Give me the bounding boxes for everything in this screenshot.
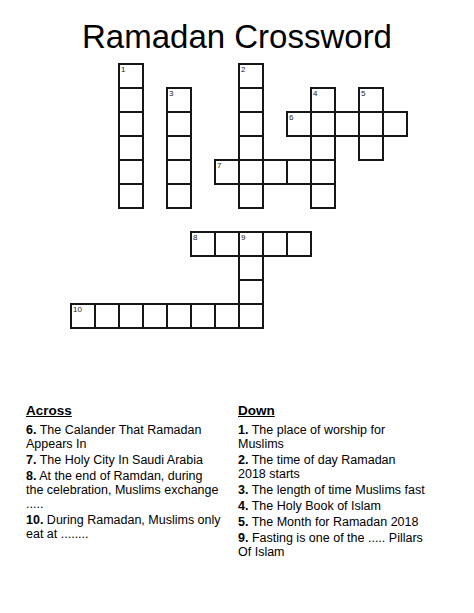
clue-number-label: 4. [238,499,248,513]
grid-cell-r5c2[interactable] [118,183,144,209]
grid-cell-r0c7[interactable]: 2 [238,63,264,89]
grid-cell-r5c10[interactable] [310,183,336,209]
grid-cell-r1c4[interactable]: 3 [166,87,192,113]
grid-cell-r10c7[interactable] [238,303,264,329]
clue-across-8: 8. At the end of Ramdan, during the cele… [26,469,238,511]
grid-cell-r2c9[interactable]: 6 [286,111,312,137]
grid-cell-r2c7[interactable] [238,111,264,137]
grid-cell-r10c0[interactable]: 10 [70,303,96,329]
cell-number-8: 8 [193,233,197,242]
grid-cell-r0c2[interactable]: 1 [118,63,144,89]
grid-cell-r4c4[interactable] [166,159,192,185]
clue-down-9: 9. Fasting is one of the ..... Pillars O… [238,531,460,559]
cell-number-5: 5 [361,89,365,98]
grid-cell-r1c12[interactable]: 5 [358,87,384,113]
crossword-page: Ramadan Crossword 12345678910 Across 6. … [0,0,474,613]
grid-cell-r3c7[interactable] [238,135,264,161]
cell-number-3: 3 [169,89,173,98]
grid-cell-r10c1[interactable] [94,303,120,329]
grid-cell-r10c4[interactable] [166,303,192,329]
cell-number-6: 6 [289,113,293,122]
clue-down-2: 2. The time of day Ramadan 2018 starts [238,453,460,481]
grid-cell-r1c10[interactable]: 4 [310,87,336,113]
grid-cell-r7c5[interactable]: 8 [190,231,216,257]
clue-down-5: 5. The Month for Ramadan 2018 [238,515,460,529]
clue-number-label: 3. [238,483,248,497]
clue-down-1: 1. The place of worship for Muslims [238,423,460,451]
grid-cell-r2c11[interactable] [334,111,360,137]
clue-number-label: 8. [26,469,36,483]
clue-number-label: 2. [238,453,248,467]
grid-cell-r2c4[interactable] [166,111,192,137]
clue-across-10: 10. During Ramadan, Muslims only eat at … [26,513,238,541]
down-clue-list: 1. The place of worship for Muslims2. Th… [238,423,460,559]
down-clues-section: Down 1. The place of worship for Muslims… [238,403,460,561]
grid-cell-r5c7[interactable] [238,183,264,209]
clue-number-label: 9. [238,531,248,545]
grid-cell-r2c2[interactable] [118,111,144,137]
grid-cell-r9c7[interactable] [238,279,264,305]
grid-cell-r3c2[interactable] [118,135,144,161]
grid-cell-r4c10[interactable] [310,159,336,185]
grid-cell-r8c7[interactable] [238,255,264,281]
clue-down-4: 4. The Holy Book of Islam [238,499,460,513]
grid-cell-r4c6[interactable]: 7 [214,159,240,185]
grid-cell-r2c10[interactable] [310,111,336,137]
clue-number-label: 10. [26,513,43,527]
clue-number-label: 6. [26,423,36,437]
grid-cell-r10c5[interactable] [190,303,216,329]
grid-cell-r10c2[interactable] [118,303,144,329]
grid-cell-r2c13[interactable] [382,111,408,137]
clue-number-label: 5. [238,515,248,529]
grid-cell-r7c6[interactable] [214,231,240,257]
cell-number-1: 1 [121,65,125,74]
grid-cell-r7c9[interactable] [286,231,312,257]
across-clue-list: 6. The Calander That Ramadan Appears In7… [26,423,238,541]
grid-cell-r4c7[interactable] [238,159,264,185]
grid-cell-r7c8[interactable] [262,231,288,257]
across-heading: Across [26,403,238,419]
grid-cell-r4c8[interactable] [262,159,288,185]
grid-cell-r10c3[interactable] [142,303,168,329]
across-clues-section: Across 6. The Calander That Ramadan Appe… [26,403,238,543]
cell-number-2: 2 [241,65,245,74]
clue-across-6: 6. The Calander That Ramadan Appears In [26,423,238,451]
cell-number-7: 7 [217,161,221,170]
grid-cell-r4c2[interactable] [118,159,144,185]
grid-cell-r10c6[interactable] [214,303,240,329]
grid-cell-r3c4[interactable] [166,135,192,161]
clue-number-label: 1. [238,423,248,437]
page-title: Ramadan Crossword [0,20,474,53]
cell-number-4: 4 [313,89,317,98]
clue-number-label: 7. [26,453,36,467]
down-heading: Down [238,403,460,419]
clue-down-3: 3. The length of time Muslims fast [238,483,460,497]
grid-cell-r2c12[interactable] [358,111,384,137]
grid-cell-r3c10[interactable] [310,135,336,161]
clue-across-7: 7. The Holy City In Saudi Arabia [26,453,238,467]
grid-cell-r3c12[interactable] [358,135,384,161]
cell-number-9: 9 [241,233,245,242]
grid-cell-r5c4[interactable] [166,183,192,209]
grid-cell-r4c9[interactable] [286,159,312,185]
grid-cell-r7c7[interactable]: 9 [238,231,264,257]
grid-cell-r1c2[interactable] [118,87,144,113]
grid-cell-r1c7[interactable] [238,87,264,113]
crossword-grid: 12345678910 [70,63,408,329]
cell-number-10: 10 [73,305,82,314]
